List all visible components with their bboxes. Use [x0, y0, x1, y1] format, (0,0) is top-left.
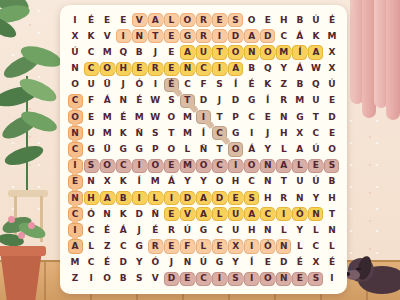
grid-cell[interactable]: Y	[228, 255, 244, 271]
grid-cell[interactable]: F	[179, 238, 195, 254]
grid-cell[interactable]: H	[228, 174, 244, 190]
grid-cell[interactable]: Ú	[308, 12, 324, 28]
grid-cell[interactable]: O	[228, 141, 244, 157]
grid-cell[interactable]: E	[163, 28, 179, 44]
grid-cell[interactable]: V	[147, 271, 163, 287]
grid-cell[interactable]: I	[67, 12, 83, 28]
grid-cell[interactable]: É	[131, 93, 147, 109]
grid-cell[interactable]: É	[292, 255, 308, 271]
grid-cell[interactable]: U	[83, 77, 99, 93]
grid-cell[interactable]: F	[83, 93, 99, 109]
grid-cell[interactable]: E	[99, 12, 115, 28]
grid-cell[interactable]: A	[276, 158, 292, 174]
grid-cell[interactable]: A	[179, 44, 195, 60]
grid-cell[interactable]: Ú	[67, 44, 83, 60]
grid-cell[interactable]: P	[147, 141, 163, 157]
grid-cell[interactable]: Ú	[179, 222, 195, 238]
grid-cell[interactable]: X	[324, 61, 340, 77]
grid-cell[interactable]: S	[228, 12, 244, 28]
grid-cell[interactable]: M	[179, 158, 195, 174]
grid-cell[interactable]: M	[292, 93, 308, 109]
grid-cell[interactable]: Y	[260, 141, 276, 157]
grid-cell[interactable]: C	[212, 158, 228, 174]
grid-cell[interactable]: N	[324, 222, 340, 238]
grid-cell[interactable]: L	[163, 12, 179, 28]
grid-cell[interactable]: N	[292, 190, 308, 206]
grid-cell[interactable]: J	[131, 222, 147, 238]
grid-cell[interactable]: C	[83, 61, 99, 77]
grid-cell[interactable]: Y	[276, 61, 292, 77]
grid-cell[interactable]: C	[67, 141, 83, 157]
grid-cell[interactable]: Í	[260, 93, 276, 109]
grid-cell[interactable]: T	[147, 28, 163, 44]
grid-cell[interactable]: I	[212, 271, 228, 287]
grid-cell[interactable]: Ó	[292, 206, 308, 222]
grid-cell[interactable]: N	[131, 28, 147, 44]
grid-cell[interactable]: D	[195, 93, 211, 109]
grid-cell[interactable]: O	[99, 61, 115, 77]
grid-cell[interactable]: D	[179, 190, 195, 206]
grid-cell[interactable]: H	[260, 190, 276, 206]
grid-cell[interactable]: B	[292, 77, 308, 93]
grid-cell[interactable]: N	[260, 174, 276, 190]
grid-cell[interactable]: T	[308, 109, 324, 125]
grid-cell[interactable]: A	[244, 28, 260, 44]
grid-cell[interactable]: C	[195, 61, 211, 77]
grid-cell[interactable]: R	[163, 222, 179, 238]
grid-cell[interactable]: B	[115, 271, 131, 287]
grid-cell[interactable]: Ü	[99, 141, 115, 157]
grid-letter: Ú	[312, 177, 319, 186]
grid-cell[interactable]: I	[147, 77, 163, 93]
grid-cell[interactable]: J	[212, 93, 228, 109]
grid-cell[interactable]: Ñ	[131, 125, 147, 141]
grid-cell[interactable]: O	[244, 12, 260, 28]
grid-cell[interactable]: M	[99, 125, 115, 141]
grid-cell[interactable]: Ú	[324, 77, 340, 93]
grid-cell[interactable]: É	[99, 255, 115, 271]
grid-letter: Ú	[312, 16, 319, 25]
grid-cell[interactable]: O	[244, 158, 260, 174]
grid-cell[interactable]: I	[212, 28, 228, 44]
grid-cell[interactable]: G	[228, 125, 244, 141]
grid-cell[interactable]: R	[195, 28, 211, 44]
grid-cell[interactable]: D	[163, 271, 179, 287]
grid-cell[interactable]: E	[260, 12, 276, 28]
grid-cell[interactable]: G	[195, 222, 211, 238]
grid-cell[interactable]: H	[115, 61, 131, 77]
grid-cell[interactable]: I	[212, 61, 228, 77]
grid-cell[interactable]: U	[292, 174, 308, 190]
grid-cell[interactable]: E	[292, 271, 308, 287]
grid-cell[interactable]: C	[67, 93, 83, 109]
grid-cell[interactable]: J	[147, 44, 163, 60]
grid-cell[interactable]: O	[228, 44, 244, 60]
grid-cell[interactable]: T	[179, 93, 195, 109]
grid-cell[interactable]: D	[228, 93, 244, 109]
grid-letter: É	[329, 258, 335, 267]
grid-cell[interactable]: R	[276, 190, 292, 206]
grid-cell[interactable]: B	[131, 44, 147, 60]
grid-cell[interactable]: G	[292, 109, 308, 125]
grid-cell[interactable]: O	[179, 12, 195, 28]
grid-cell[interactable]: A	[308, 44, 324, 60]
grid-cell[interactable]: Á	[115, 222, 131, 238]
grid-cell[interactable]: E	[212, 12, 228, 28]
grid-letter: J	[170, 258, 173, 267]
grid-cell[interactable]: K	[115, 206, 131, 222]
grid-cell[interactable]: K	[308, 28, 324, 44]
grid-cell[interactable]: I	[67, 158, 83, 174]
grid-cell[interactable]: A	[195, 206, 211, 222]
grid-cell[interactable]: I	[228, 158, 244, 174]
grid-cell[interactable]: U	[83, 125, 99, 141]
grid-cell[interactable]: C	[83, 44, 99, 60]
grid-cell[interactable]: I	[276, 206, 292, 222]
grid-cell[interactable]: Ú	[308, 141, 324, 157]
grid-cell[interactable]: E	[163, 158, 179, 174]
grid-cell[interactable]: C	[244, 174, 260, 190]
grid-cell[interactable]: Y	[308, 190, 324, 206]
grid-letter: O	[103, 274, 111, 283]
grid-cell[interactable]: E	[115, 12, 131, 28]
grid-cell[interactable]: S	[308, 271, 324, 287]
grid-cell[interactable]: E	[308, 158, 324, 174]
grid-cell[interactable]: S	[212, 77, 228, 93]
grid-cell[interactable]: I	[163, 190, 179, 206]
grid-cell[interactable]: L	[324, 238, 340, 254]
grid-cell[interactable]: Q	[308, 77, 324, 93]
grid-cell[interactable]: Q	[260, 61, 276, 77]
grid-cell[interactable]: Á	[292, 28, 308, 44]
grid-cell[interactable]: I	[244, 271, 260, 287]
grid-cell[interactable]: H	[276, 12, 292, 28]
grid-cell[interactable]: X	[292, 125, 308, 141]
grid-cell[interactable]: N	[308, 206, 324, 222]
grid-cell[interactable]: G	[115, 141, 131, 157]
grid-cell[interactable]: Á	[292, 61, 308, 77]
grid-cell[interactable]: W	[308, 61, 324, 77]
grid-cell[interactable]: E	[179, 271, 195, 287]
grid-cell[interactable]: O	[67, 77, 83, 93]
grid-cell[interactable]: O	[260, 44, 276, 60]
grid-cell[interactable]: I	[83, 271, 99, 287]
grid-cell[interactable]: J	[115, 77, 131, 93]
grid-cell[interactable]: B	[324, 174, 340, 190]
grid-cell[interactable]: G	[179, 28, 195, 44]
grid-cell[interactable]: S	[147, 125, 163, 141]
grid-cell[interactable]: E	[131, 61, 147, 77]
grid-cell[interactable]: E	[163, 238, 179, 254]
grid-cell[interactable]: X	[67, 28, 83, 44]
grid-cell[interactable]: O	[260, 271, 276, 287]
grid-cell[interactable]: B	[292, 12, 308, 28]
grid-cell[interactable]: K	[115, 125, 131, 141]
grid-cell[interactable]: H	[276, 125, 292, 141]
grid-cell[interactable]: A	[147, 12, 163, 28]
grid-cell[interactable]: Ó	[147, 255, 163, 271]
grid-cell[interactable]: U	[228, 222, 244, 238]
grid-cell[interactable]: Í	[244, 255, 260, 271]
grid-cell[interactable]: É	[147, 222, 163, 238]
grid-cell[interactable]: Ú	[195, 255, 211, 271]
grid-cell[interactable]: L	[292, 158, 308, 174]
grid-cell[interactable]: G	[212, 255, 228, 271]
grid-cell[interactable]: Ñ	[195, 141, 211, 157]
grid-cell[interactable]: T	[212, 109, 228, 125]
grid-cell[interactable]: N	[179, 255, 195, 271]
grid-cell[interactable]: O	[195, 158, 211, 174]
grid-cell[interactable]: Ó	[83, 206, 99, 222]
grid-cell[interactable]: R	[276, 93, 292, 109]
grid-cell[interactable]: L	[179, 141, 195, 157]
grid-cell[interactable]: E	[260, 109, 276, 125]
grid-cell[interactable]: J	[260, 125, 276, 141]
grid-cell[interactable]: N	[83, 174, 99, 190]
grid-cell[interactable]: D	[228, 28, 244, 44]
grid-cell[interactable]: Y	[179, 174, 195, 190]
grid-cell[interactable]: C	[308, 238, 324, 254]
grid-cell[interactable]: Í	[292, 44, 308, 60]
grid-cell[interactable]: E	[83, 109, 99, 125]
grid-cell[interactable]: C	[276, 28, 292, 44]
grid-cell[interactable]: R	[147, 61, 163, 77]
grid-letter: D	[168, 274, 175, 283]
grid-cell[interactable]: A	[67, 238, 83, 254]
grid-cell[interactable]: L	[308, 222, 324, 238]
grid-cell[interactable]: C	[67, 206, 83, 222]
grid-cell[interactable]: T	[276, 174, 292, 190]
grid-letter: M	[183, 161, 192, 170]
grid-cell[interactable]: E	[212, 238, 228, 254]
grid-cell[interactable]: Z	[276, 77, 292, 93]
grid-cell[interactable]: O	[147, 158, 163, 174]
grid-letter: G	[200, 226, 207, 235]
grid-cell[interactable]: O	[163, 141, 179, 157]
grid-cell[interactable]: S	[244, 190, 260, 206]
grid-cell[interactable]: T	[324, 206, 340, 222]
grid-cell[interactable]: N	[260, 222, 276, 238]
grid-cell[interactable]: N	[67, 190, 83, 206]
grid-cell[interactable]: A	[228, 61, 244, 77]
grid-cell[interactable]: Y	[292, 222, 308, 238]
grid-cell[interactable]: U	[195, 44, 211, 60]
grid-cell[interactable]: N	[244, 44, 260, 60]
grid-cell[interactable]: Q	[115, 44, 131, 60]
grid-cell[interactable]: F	[195, 77, 211, 93]
grid-cell[interactable]: E	[228, 190, 244, 206]
grid-cell[interactable]: X	[308, 255, 324, 271]
grid-letter: J	[138, 226, 141, 235]
grid-cell[interactable]: E	[163, 206, 179, 222]
grid-letter: É	[329, 16, 335, 25]
grid-cell[interactable]: E	[67, 174, 83, 190]
grid-cell[interactable]: A	[195, 190, 211, 206]
grid-cell[interactable]: L	[83, 238, 99, 254]
grid-cell[interactable]: H	[244, 222, 260, 238]
grid-cell[interactable]: I	[131, 158, 147, 174]
grid-cell[interactable]: H	[324, 190, 340, 206]
grid-cell[interactable]: É	[163, 77, 179, 93]
grid-cell[interactable]: M	[99, 44, 115, 60]
grid-cell[interactable]: E	[163, 44, 179, 60]
grid-cell[interactable]: L	[147, 190, 163, 206]
grid-cell[interactable]: C	[83, 255, 99, 271]
grid-cell[interactable]: Z	[99, 238, 115, 254]
grid-cell[interactable]: L	[195, 238, 211, 254]
grid-cell[interactable]: G	[131, 238, 147, 254]
grid-cell[interactable]: C	[308, 125, 324, 141]
grid-cell[interactable]: G	[83, 141, 99, 157]
grid-cell[interactable]: I	[67, 222, 83, 238]
grid-cell[interactable]: Í	[228, 77, 244, 93]
grid-cell[interactable]: L	[212, 206, 228, 222]
grid-cell[interactable]: Á	[244, 141, 260, 157]
grid-cell[interactable]: M	[324, 28, 340, 44]
grid-cell[interactable]: N	[115, 93, 131, 109]
grid-cell[interactable]: É	[324, 255, 340, 271]
grid-cell[interactable]: N	[67, 61, 83, 77]
grid-cell[interactable]: J	[163, 255, 179, 271]
grid-cell[interactable]: E	[260, 255, 276, 271]
grid-cell[interactable]: É	[115, 109, 131, 125]
grid-cell[interactable]: A	[244, 206, 260, 222]
grid-cell[interactable]: C	[212, 222, 228, 238]
grid-cell[interactable]: I	[244, 125, 260, 141]
grid-cell[interactable]: D	[212, 190, 228, 206]
grid-cell[interactable]: X	[228, 238, 244, 254]
grid-cell[interactable]: D	[324, 109, 340, 125]
grid-cell[interactable]: M	[131, 109, 147, 125]
grid-cell[interactable]: A	[292, 141, 308, 157]
grid-cell[interactable]: O	[99, 158, 115, 174]
grid-cell[interactable]: O	[163, 109, 179, 125]
grid-letter: I	[218, 32, 221, 41]
grid-cell[interactable]: Ó	[131, 77, 147, 93]
grid-cell[interactable]: C	[244, 109, 260, 125]
grid-cell[interactable]: L	[292, 238, 308, 254]
grid-cell[interactable]: S	[324, 158, 340, 174]
grid-cell[interactable]: Ñ	[147, 206, 163, 222]
grid-cell[interactable]: E	[324, 93, 340, 109]
grid-cell[interactable]: T	[163, 125, 179, 141]
grid-cell[interactable]: C	[83, 222, 99, 238]
grid-cell[interactable]: C	[179, 77, 195, 93]
grid-cell[interactable]: Y	[195, 174, 211, 190]
grid-cell[interactable]: M	[67, 255, 83, 271]
grid-cell[interactable]: R	[195, 12, 211, 28]
grid-cell[interactable]: O	[99, 271, 115, 287]
grid-cell[interactable]: E	[324, 125, 340, 141]
grid-cell[interactable]: W	[147, 109, 163, 125]
grid-cell[interactable]: X	[99, 174, 115, 190]
grid-cell[interactable]: É	[83, 12, 99, 28]
grid-cell[interactable]: G	[131, 141, 147, 157]
grid-cell[interactable]: L	[276, 222, 292, 238]
grid-cell[interactable]: M	[276, 44, 292, 60]
grid-cell[interactable]: V	[99, 28, 115, 44]
grid-cell[interactable]: S	[83, 158, 99, 174]
grid-cell[interactable]: W	[147, 93, 163, 109]
grid-cell[interactable]: C	[260, 206, 276, 222]
grid-cell[interactable]: Ú	[308, 174, 324, 190]
grid-cell[interactable]: S	[131, 271, 147, 287]
grid-cell[interactable]: É	[244, 77, 260, 93]
grid-cell[interactable]: I	[131, 190, 147, 206]
grid-cell[interactable]: L	[276, 141, 292, 157]
grid-cell[interactable]: É	[99, 222, 115, 238]
grid-cell[interactable]: Á	[99, 93, 115, 109]
grid-cell[interactable]: S	[228, 271, 244, 287]
grid-cell[interactable]: B	[115, 190, 131, 206]
grid-cell[interactable]: I	[244, 238, 260, 254]
grid-cell[interactable]: K	[83, 28, 99, 44]
grid-cell[interactable]: D	[115, 255, 131, 271]
grid-cell[interactable]: M	[99, 109, 115, 125]
grid-cell[interactable]: E	[163, 61, 179, 77]
grid-cell[interactable]: Í	[131, 174, 147, 190]
grid-cell[interactable]: O	[324, 141, 340, 157]
grid-cell[interactable]: U	[308, 93, 324, 109]
grid-cell[interactable]: O	[212, 174, 228, 190]
grid-cell[interactable]: M	[179, 125, 195, 141]
grid-cell[interactable]: D	[131, 206, 147, 222]
grid-letter: E	[168, 64, 174, 73]
grid-letter: I	[234, 161, 237, 170]
grid-cell[interactable]: X	[324, 44, 340, 60]
grid-cell[interactable]: I	[195, 109, 211, 125]
grid-cell[interactable]: Á	[163, 174, 179, 190]
grid-cell[interactable]: P	[228, 109, 244, 125]
grid-cell[interactable]: C	[115, 238, 131, 254]
grid-cell[interactable]: Y	[131, 255, 147, 271]
grid-cell[interactable]: G	[244, 93, 260, 109]
grid-cell[interactable]: M	[147, 174, 163, 190]
grid-cell[interactable]: D	[276, 255, 292, 271]
grid-cell[interactable]: V	[131, 12, 147, 28]
grid-cell[interactable]: I	[324, 271, 340, 287]
grid-cell[interactable]: Ó	[260, 238, 276, 254]
grid-cell[interactable]: K	[115, 174, 131, 190]
grid-cell[interactable]: N	[67, 125, 83, 141]
grid-cell[interactable]: O	[67, 109, 83, 125]
grid-cell[interactable]: C	[115, 158, 131, 174]
grid-cell[interactable]: R	[147, 238, 163, 254]
grid-cell[interactable]: U	[228, 206, 244, 222]
grid-cell[interactable]: N	[276, 271, 292, 287]
grid-cell[interactable]: Z	[67, 271, 83, 287]
grid-cell[interactable]: V	[179, 206, 195, 222]
grid-cell[interactable]: N	[260, 158, 276, 174]
grid-cell[interactable]: D	[260, 28, 276, 44]
grid-cell[interactable]: C	[212, 125, 228, 141]
grid-cell[interactable]: H	[83, 190, 99, 206]
grid-cell[interactable]: N	[276, 238, 292, 254]
grid-cell[interactable]: N	[276, 109, 292, 125]
grid-cell[interactable]: N	[99, 206, 115, 222]
grid-cell[interactable]: K	[260, 77, 276, 93]
grid-cell[interactable]: C	[195, 271, 211, 287]
grid-cell[interactable]: Ü	[99, 77, 115, 93]
grid-cell[interactable]: T	[212, 44, 228, 60]
grid-cell[interactable]: B	[244, 61, 260, 77]
grid-cell[interactable]: I	[115, 28, 131, 44]
grid-cell[interactable]: N	[179, 61, 195, 77]
grid-cell[interactable]: A	[99, 190, 115, 206]
grid-cell[interactable]: É	[324, 12, 340, 28]
grid-letter: N	[328, 226, 336, 235]
grid-letter: N	[264, 161, 272, 170]
